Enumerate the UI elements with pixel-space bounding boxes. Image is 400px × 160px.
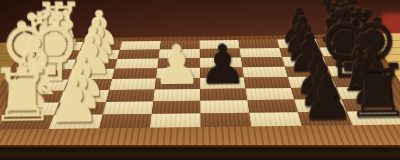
square-e3: [109, 79, 156, 91]
board-grid: ♜♟♟♜♞♟♟♞♝♟♟♝♛♟♟♛♚♟♟♚♝♟♟♝♞♟♟♞♜♟♟♜: [0, 39, 400, 130]
square-f6: [246, 88, 295, 100]
square-c6: [241, 57, 285, 67]
square-e5: ♟: [200, 77, 246, 89]
square-g5: [200, 100, 249, 113]
square-e4: ♟: [155, 78, 200, 90]
board-front-edge: [0, 145, 400, 160]
square-h4: [150, 113, 201, 127]
square-f4: [153, 89, 200, 101]
piece-white-pawn-e4: ♟: [152, 40, 201, 91]
square-d3: [112, 68, 157, 79]
square-h2: ♟: [49, 115, 103, 129]
chess-board-3d: ♜♟♟♜♞♟♟♞♝♟♟♝♛♟♟♛♚♟♟♚♝♟♟♝♞♟♟♞♜♟♟♜: [0, 35, 400, 160]
square-f5: [200, 88, 247, 100]
square-e6: [244, 77, 291, 89]
square-g4: [152, 101, 201, 114]
piece-white-pawn-h2: ♟: [46, 73, 101, 129]
piece-black-pawn-h7: ♟: [300, 70, 355, 126]
square-h7: ♟: [298, 112, 353, 126]
piece-black-pawn-e5: ♟: [198, 39, 247, 90]
square-f3: [106, 90, 155, 102]
chess-photo-scene: ♜♟♟♜♞♟♟♞♝♟♟♝♛♟♟♛♚♟♟♚♝♟♟♝♞♟♟♞♜♟♟♜: [0, 0, 400, 160]
square-h3: [99, 114, 151, 128]
square-h5: [200, 113, 251, 127]
square-h8: ♜: [347, 111, 400, 125]
square-h6: [249, 112, 302, 126]
